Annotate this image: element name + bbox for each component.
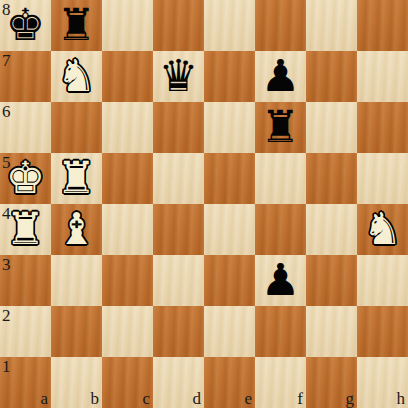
white-knight[interactable]: ♞ bbox=[57, 50, 96, 101]
chess-board: 8♚♜7♞♛♟6♜5♚♜4♜♝♞3♟21abcdefgh bbox=[0, 0, 408, 408]
square-e8[interactable] bbox=[204, 0, 255, 51]
square-e3[interactable] bbox=[204, 255, 255, 306]
square-c7[interactable] bbox=[102, 51, 153, 102]
square-a3[interactable]: 3 bbox=[0, 255, 51, 306]
file-label-b: b bbox=[91, 390, 100, 407]
black-rook[interactable]: ♜ bbox=[261, 101, 300, 152]
rank-label-3: 3 bbox=[2, 256, 11, 273]
square-b3[interactable] bbox=[51, 255, 102, 306]
square-e4[interactable] bbox=[204, 204, 255, 255]
square-f4[interactable] bbox=[255, 204, 306, 255]
square-g8[interactable] bbox=[306, 0, 357, 51]
square-b2[interactable] bbox=[51, 306, 102, 357]
white-rook[interactable]: ♜ bbox=[57, 152, 96, 203]
file-label-h: h bbox=[397, 390, 406, 407]
black-pawn[interactable]: ♟ bbox=[261, 50, 300, 101]
square-e7[interactable] bbox=[204, 51, 255, 102]
square-b7[interactable]: ♞ bbox=[51, 51, 102, 102]
square-c1[interactable]: c bbox=[102, 357, 153, 408]
square-f6[interactable]: ♜ bbox=[255, 102, 306, 153]
square-g3[interactable] bbox=[306, 255, 357, 306]
square-b8[interactable]: ♜ bbox=[51, 0, 102, 51]
file-label-a: a bbox=[40, 390, 48, 407]
square-b5[interactable]: ♜ bbox=[51, 153, 102, 204]
square-a8[interactable]: 8♚ bbox=[0, 0, 51, 51]
square-g5[interactable] bbox=[306, 153, 357, 204]
file-label-g: g bbox=[346, 390, 355, 407]
square-g4[interactable] bbox=[306, 204, 357, 255]
square-d2[interactable] bbox=[153, 306, 204, 357]
square-d6[interactable] bbox=[153, 102, 204, 153]
black-pawn[interactable]: ♟ bbox=[261, 254, 300, 305]
square-h4[interactable]: ♞ bbox=[357, 204, 408, 255]
square-h8[interactable] bbox=[357, 0, 408, 51]
square-f1[interactable]: f bbox=[255, 357, 306, 408]
square-e2[interactable] bbox=[204, 306, 255, 357]
square-b1[interactable]: b bbox=[51, 357, 102, 408]
square-d7[interactable]: ♛ bbox=[153, 51, 204, 102]
square-h7[interactable] bbox=[357, 51, 408, 102]
square-c3[interactable] bbox=[102, 255, 153, 306]
square-b4[interactable]: ♝ bbox=[51, 204, 102, 255]
white-rook[interactable]: ♜ bbox=[6, 203, 45, 254]
square-a7[interactable]: 7 bbox=[0, 51, 51, 102]
square-d1[interactable]: d bbox=[153, 357, 204, 408]
square-f8[interactable] bbox=[255, 0, 306, 51]
square-h5[interactable] bbox=[357, 153, 408, 204]
file-label-d: d bbox=[193, 390, 202, 407]
rank-label-1: 1 bbox=[2, 358, 11, 375]
square-d8[interactable] bbox=[153, 0, 204, 51]
square-g1[interactable]: g bbox=[306, 357, 357, 408]
square-h3[interactable] bbox=[357, 255, 408, 306]
black-king[interactable]: ♚ bbox=[6, 0, 45, 50]
rank-label-2: 2 bbox=[2, 307, 11, 324]
square-f7[interactable]: ♟ bbox=[255, 51, 306, 102]
square-d3[interactable] bbox=[153, 255, 204, 306]
square-c5[interactable] bbox=[102, 153, 153, 204]
white-knight[interactable]: ♞ bbox=[363, 203, 402, 254]
rank-label-6: 6 bbox=[2, 103, 11, 120]
square-a6[interactable]: 6 bbox=[0, 102, 51, 153]
file-label-e: e bbox=[244, 390, 252, 407]
black-queen[interactable]: ♛ bbox=[159, 50, 198, 101]
square-h6[interactable] bbox=[357, 102, 408, 153]
file-label-c: c bbox=[142, 390, 150, 407]
file-label-f: f bbox=[297, 390, 303, 407]
square-h2[interactable] bbox=[357, 306, 408, 357]
square-c4[interactable] bbox=[102, 204, 153, 255]
black-rook[interactable]: ♜ bbox=[57, 0, 96, 50]
square-c8[interactable] bbox=[102, 0, 153, 51]
square-e1[interactable]: e bbox=[204, 357, 255, 408]
square-b6[interactable] bbox=[51, 102, 102, 153]
square-a5[interactable]: 5♚ bbox=[0, 153, 51, 204]
square-e5[interactable] bbox=[204, 153, 255, 204]
square-d4[interactable] bbox=[153, 204, 204, 255]
square-e6[interactable] bbox=[204, 102, 255, 153]
square-c6[interactable] bbox=[102, 102, 153, 153]
square-a4[interactable]: 4♜ bbox=[0, 204, 51, 255]
rank-label-7: 7 bbox=[2, 52, 11, 69]
white-king[interactable]: ♚ bbox=[6, 152, 45, 203]
white-bishop[interactable]: ♝ bbox=[57, 203, 96, 254]
square-c2[interactable] bbox=[102, 306, 153, 357]
square-h1[interactable]: h bbox=[357, 357, 408, 408]
square-f3[interactable]: ♟ bbox=[255, 255, 306, 306]
square-d5[interactable] bbox=[153, 153, 204, 204]
square-f5[interactable] bbox=[255, 153, 306, 204]
square-g7[interactable] bbox=[306, 51, 357, 102]
square-g6[interactable] bbox=[306, 102, 357, 153]
square-a1[interactable]: 1a bbox=[0, 357, 51, 408]
square-g2[interactable] bbox=[306, 306, 357, 357]
square-f2[interactable] bbox=[255, 306, 306, 357]
square-a2[interactable]: 2 bbox=[0, 306, 51, 357]
